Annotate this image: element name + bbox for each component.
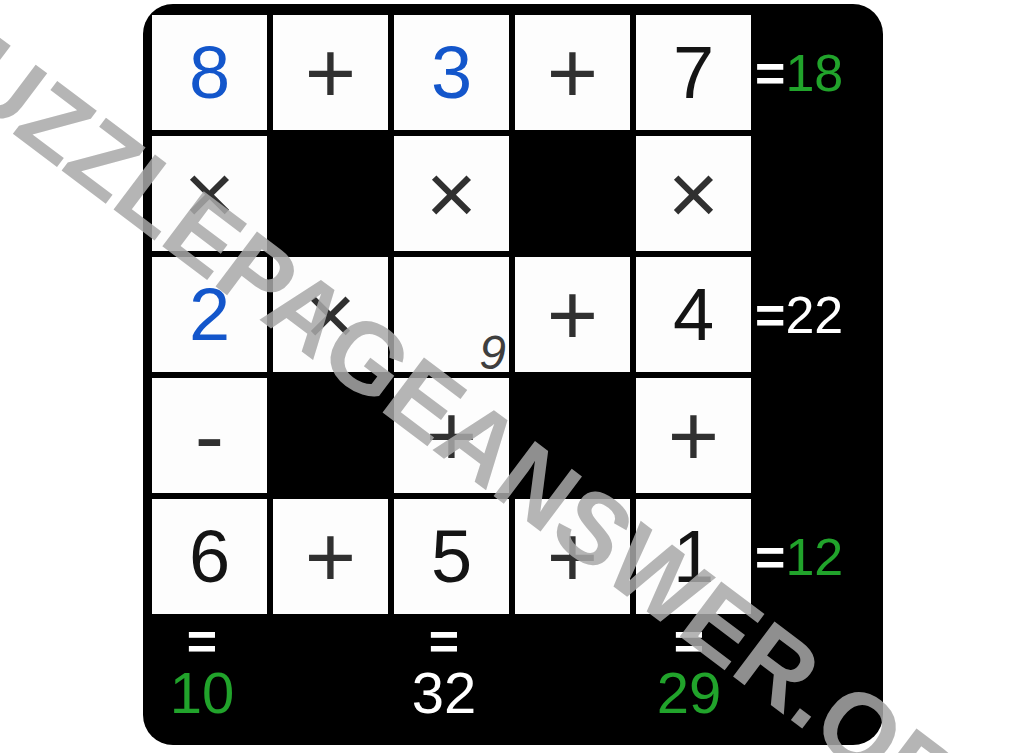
puzzle-grid: 8+3+7×××2×9+4-++6+5+1 xyxy=(152,15,751,614)
row-total-5: =12 xyxy=(755,525,843,589)
cell-r4c5: + xyxy=(636,378,751,493)
col-total-1: = 10 xyxy=(143,620,261,720)
equals-sign: = xyxy=(385,620,503,662)
row-total-1: =18 xyxy=(755,41,843,105)
equals-sign: = xyxy=(630,620,748,662)
row-total-5-value: 12 xyxy=(785,527,843,587)
cell-r5c5[interactable]: 1 xyxy=(636,499,751,614)
cell-r4c1: - xyxy=(152,378,267,493)
cell-r5c3[interactable]: 5 xyxy=(394,499,509,614)
cell-r2c5: × xyxy=(636,136,751,251)
col-total-1-value: 10 xyxy=(143,666,261,720)
cell-r3c3[interactable]: 9 xyxy=(394,257,509,372)
cell-r4c4-block xyxy=(515,378,630,493)
puzzle-board: 8+3+7×××2×9+4-++6+5+1 =18 =22 =12 = 10 =… xyxy=(143,4,883,745)
cell-r3c2: × xyxy=(273,257,388,372)
cell-r2c1: × xyxy=(152,136,267,251)
answer-digit: 9 xyxy=(479,334,506,372)
cell-r1c4: + xyxy=(515,15,630,130)
cell-r5c2: + xyxy=(273,499,388,614)
equals-sign: = xyxy=(755,285,785,345)
row-total-3-value: 22 xyxy=(785,285,843,345)
cell-r1c3[interactable]: 3 xyxy=(394,15,509,130)
cell-r2c4-block xyxy=(515,136,630,251)
col-total-3: = 32 xyxy=(385,620,503,720)
cell-r1c2: + xyxy=(273,15,388,130)
cell-r5c4: + xyxy=(515,499,630,614)
cell-r3c5[interactable]: 4 xyxy=(636,257,751,372)
equals-sign: = xyxy=(755,43,785,103)
row-total-1-value: 18 xyxy=(785,43,843,103)
col-total-5-value: 29 xyxy=(630,666,748,720)
cell-r3c4: + xyxy=(515,257,630,372)
cell-r2c3: × xyxy=(394,136,509,251)
col-total-5: = 29 xyxy=(630,620,748,720)
equals-sign: = xyxy=(143,620,261,662)
cell-r3c1[interactable]: 2 xyxy=(152,257,267,372)
col-total-3-value: 32 xyxy=(385,666,503,720)
cell-r1c1[interactable]: 8 xyxy=(152,15,267,130)
row-total-3: =22 xyxy=(755,283,843,347)
cell-r5c1[interactable]: 6 xyxy=(152,499,267,614)
cell-r1c5[interactable]: 7 xyxy=(636,15,751,130)
page-background: { "game": "cross-math arithmetic grid pu… xyxy=(0,0,1024,753)
cell-r4c3: + xyxy=(394,378,509,493)
equals-sign: = xyxy=(755,527,785,587)
cell-r2c2-block xyxy=(273,136,388,251)
cell-r4c2-block xyxy=(273,378,388,493)
